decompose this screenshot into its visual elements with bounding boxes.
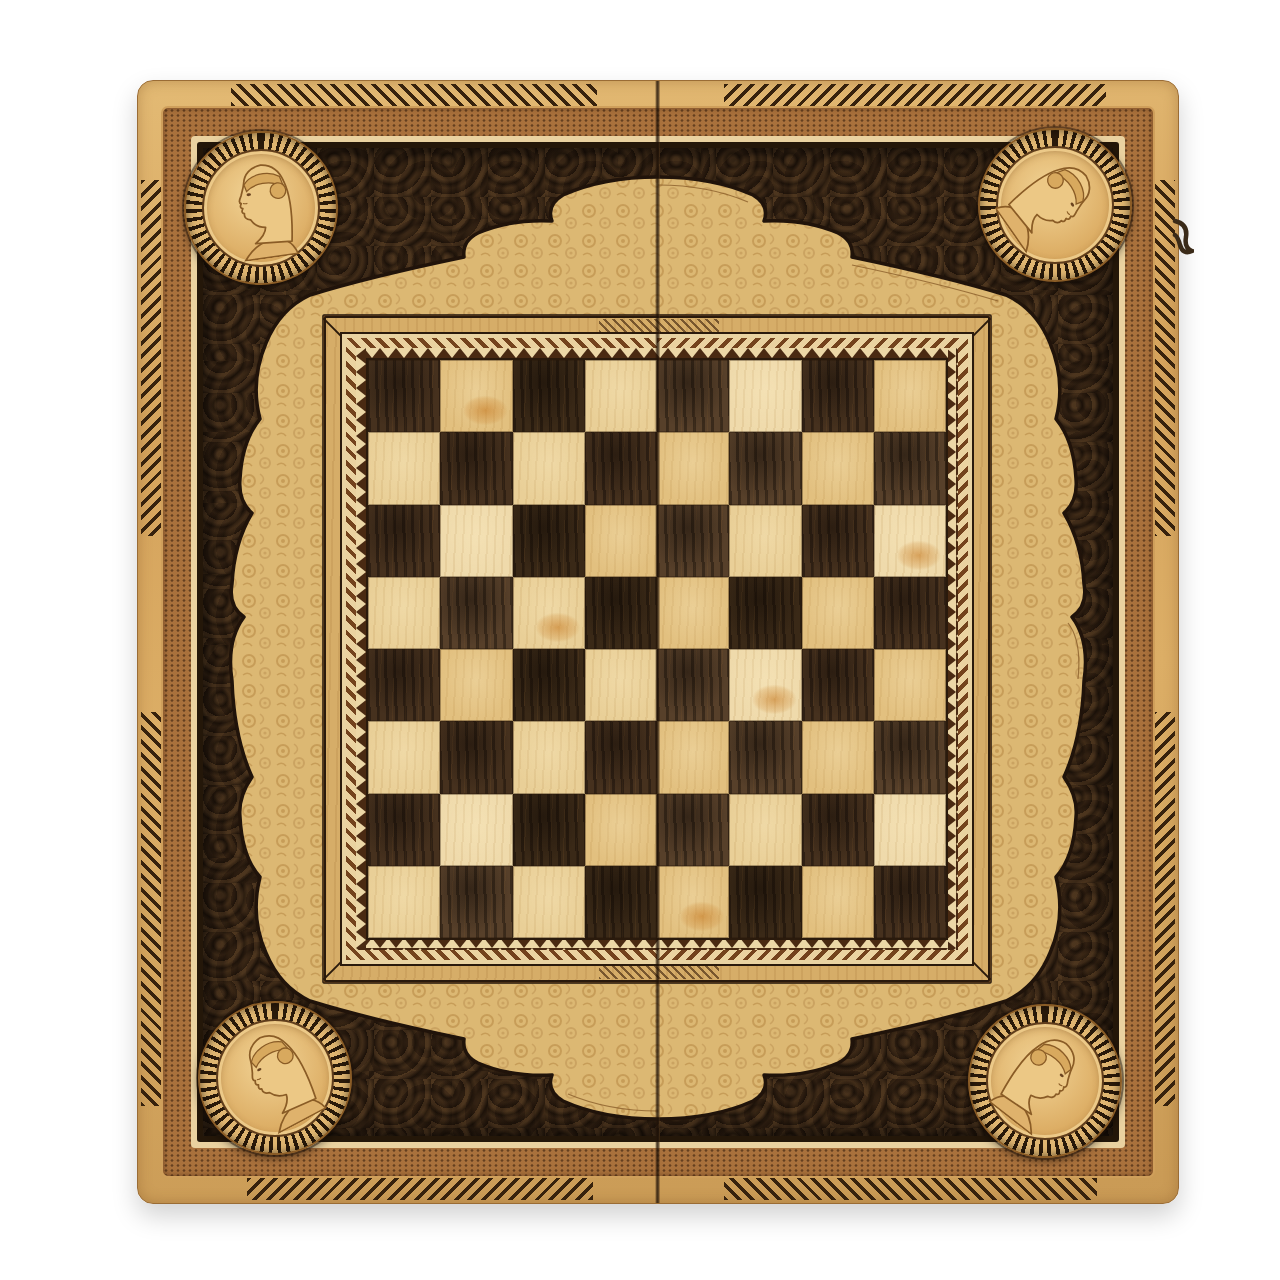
square-d6[interactable]	[585, 505, 657, 577]
square-b7[interactable]	[440, 432, 512, 504]
square-d1[interactable]	[585, 866, 657, 938]
square-g7[interactable]	[802, 432, 874, 504]
square-a1[interactable]	[368, 866, 440, 938]
square-h8[interactable]	[874, 360, 946, 432]
square-d2[interactable]	[585, 794, 657, 866]
frame-stripe-inlay	[247, 1178, 593, 1200]
frame-stripe-inlay	[1153, 712, 1175, 1106]
square-h4[interactable]	[874, 649, 946, 721]
square-a6[interactable]	[368, 505, 440, 577]
square-g5[interactable]	[802, 577, 874, 649]
chess-board-case	[137, 80, 1179, 1204]
square-h2[interactable]	[874, 794, 946, 866]
frame-stripe-inlay	[724, 1178, 1097, 1200]
square-e5[interactable]	[657, 577, 729, 649]
square-b1[interactable]	[440, 866, 512, 938]
medallion-face-carving	[986, 1022, 1104, 1140]
square-a8[interactable]	[368, 360, 440, 432]
square-h5[interactable]	[874, 577, 946, 649]
square-f3[interactable]	[729, 721, 801, 793]
frame-stripe-inlay	[141, 712, 163, 1106]
square-h3[interactable]	[874, 721, 946, 793]
square-e3[interactable]	[657, 721, 729, 793]
medallion-face-carving	[216, 1019, 334, 1137]
medallion-face-carving	[996, 146, 1114, 264]
square-b2[interactable]	[440, 794, 512, 866]
square-a3[interactable]	[368, 721, 440, 793]
square-d5[interactable]	[585, 577, 657, 649]
square-a2[interactable]	[368, 794, 440, 866]
square-f1[interactable]	[729, 866, 801, 938]
square-d4[interactable]	[585, 649, 657, 721]
square-g2[interactable]	[802, 794, 874, 866]
square-f6[interactable]	[729, 505, 801, 577]
square-d3[interactable]	[585, 721, 657, 793]
square-h1[interactable]	[874, 866, 946, 938]
frame-stripe-inlay	[724, 84, 1106, 106]
square-f5[interactable]	[729, 577, 801, 649]
square-b8[interactable]	[440, 360, 512, 432]
square-a7[interactable]	[368, 432, 440, 504]
latch-hook[interactable]	[1172, 218, 1194, 262]
square-e1[interactable]	[657, 866, 729, 938]
fold-seam	[655, 81, 660, 1203]
square-b5[interactable]	[440, 577, 512, 649]
square-g3[interactable]	[802, 721, 874, 793]
frame-stripe-inlay	[141, 180, 163, 536]
square-f8[interactable]	[729, 360, 801, 432]
square-g4[interactable]	[802, 649, 874, 721]
medallion-top-right	[978, 128, 1132, 282]
square-h7[interactable]	[874, 432, 946, 504]
square-f2[interactable]	[729, 794, 801, 866]
square-c8[interactable]	[513, 360, 585, 432]
medallion-bottom-right	[968, 1004, 1122, 1158]
square-e4[interactable]	[657, 649, 729, 721]
square-e7[interactable]	[657, 432, 729, 504]
square-c4[interactable]	[513, 649, 585, 721]
square-f4[interactable]	[729, 649, 801, 721]
square-c3[interactable]	[513, 721, 585, 793]
square-h6[interactable]	[874, 505, 946, 577]
square-a5[interactable]	[368, 577, 440, 649]
square-c1[interactable]	[513, 866, 585, 938]
square-c6[interactable]	[513, 505, 585, 577]
square-d7[interactable]	[585, 432, 657, 504]
frame-stripe-inlay	[231, 84, 597, 106]
square-a4[interactable]	[368, 649, 440, 721]
square-c5[interactable]	[513, 577, 585, 649]
medallion-top-left	[184, 131, 338, 285]
square-e6[interactable]	[657, 505, 729, 577]
square-b6[interactable]	[440, 505, 512, 577]
square-b3[interactable]	[440, 721, 512, 793]
square-b4[interactable]	[440, 649, 512, 721]
square-g8[interactable]	[802, 360, 874, 432]
medallion-bottom-left	[198, 1001, 352, 1155]
medallion-face-carving	[202, 149, 320, 267]
square-g6[interactable]	[802, 505, 874, 577]
square-e8[interactable]	[657, 360, 729, 432]
square-c7[interactable]	[513, 432, 585, 504]
square-e2[interactable]	[657, 794, 729, 866]
square-f7[interactable]	[729, 432, 801, 504]
square-g1[interactable]	[802, 866, 874, 938]
square-c2[interactable]	[513, 794, 585, 866]
square-d8[interactable]	[585, 360, 657, 432]
